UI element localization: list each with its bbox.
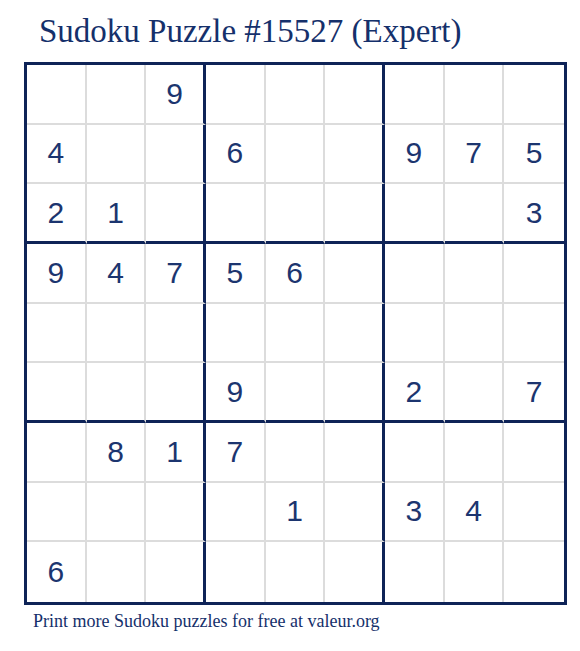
cell-r5c1	[27, 304, 87, 364]
cell-r6c8	[445, 363, 505, 423]
cell-r7c4: 7	[206, 423, 266, 483]
cell-r7c9	[504, 423, 564, 483]
cell-r8c5: 1	[266, 483, 326, 543]
cell-r4c7	[385, 244, 445, 304]
cell-r9c4	[206, 542, 266, 602]
cell-r4c1: 9	[27, 244, 87, 304]
cell-r5c3	[146, 304, 206, 364]
cell-r3c5	[266, 184, 326, 244]
cell-r7c8	[445, 423, 505, 483]
cell-r4c9	[504, 244, 564, 304]
cell-r9c8	[445, 542, 505, 602]
cell-r6c1	[27, 363, 87, 423]
cell-r2c3	[146, 125, 206, 185]
cell-r6c3	[146, 363, 206, 423]
cell-r3c1: 2	[27, 184, 87, 244]
cell-r7c6	[325, 423, 385, 483]
cell-r5c2	[87, 304, 147, 364]
cell-r2c9: 5	[504, 125, 564, 185]
cell-r1c3: 9	[146, 65, 206, 125]
cell-r6c4: 9	[206, 363, 266, 423]
cell-r1c1	[27, 65, 87, 125]
cell-r7c3: 1	[146, 423, 206, 483]
cell-r2c6	[325, 125, 385, 185]
cell-r3c7	[385, 184, 445, 244]
cell-r1c6	[325, 65, 385, 125]
cell-r5c8	[445, 304, 505, 364]
cell-r1c5	[266, 65, 326, 125]
cell-r8c1	[27, 483, 87, 543]
cell-r4c5: 6	[266, 244, 326, 304]
cell-r4c3: 7	[146, 244, 206, 304]
cell-r7c2: 8	[87, 423, 147, 483]
cell-r8c2	[87, 483, 147, 543]
cell-r3c3	[146, 184, 206, 244]
cell-r1c8	[445, 65, 505, 125]
cell-r9c5	[266, 542, 326, 602]
cell-r4c2: 4	[87, 244, 147, 304]
cell-r1c4	[206, 65, 266, 125]
cell-r6c6	[325, 363, 385, 423]
cell-r9c7	[385, 542, 445, 602]
cell-r6c7: 2	[385, 363, 445, 423]
sudoku-print-page: Sudoku Puzzle #15527 (Expert) 9469752139…	[0, 0, 580, 651]
cell-r2c8: 7	[445, 125, 505, 185]
cell-r3c2: 1	[87, 184, 147, 244]
cell-r8c7: 3	[385, 483, 445, 543]
cell-r2c5	[266, 125, 326, 185]
cell-r2c7: 9	[385, 125, 445, 185]
cell-r1c2	[87, 65, 147, 125]
footer-text: Print more Sudoku puzzles for free at va…	[33, 611, 380, 632]
cell-r9c3	[146, 542, 206, 602]
cell-r8c9	[504, 483, 564, 543]
cell-r5c4	[206, 304, 266, 364]
cell-r7c1	[27, 423, 87, 483]
cell-r3c9: 3	[504, 184, 564, 244]
cell-r4c8	[445, 244, 505, 304]
cell-r2c2	[87, 125, 147, 185]
cell-r9c2	[87, 542, 147, 602]
cell-r8c6	[325, 483, 385, 543]
cell-r5c5	[266, 304, 326, 364]
cell-r1c9	[504, 65, 564, 125]
cell-r7c5	[266, 423, 326, 483]
sudoku-board: 946975213947569278171346	[24, 62, 567, 605]
cell-r9c1: 6	[27, 542, 87, 602]
cell-r6c2	[87, 363, 147, 423]
cell-r7c7	[385, 423, 445, 483]
cell-r2c1: 4	[27, 125, 87, 185]
cell-r8c3	[146, 483, 206, 543]
cell-r5c9	[504, 304, 564, 364]
cell-r3c6	[325, 184, 385, 244]
cell-r9c9	[504, 542, 564, 602]
cell-r8c4	[206, 483, 266, 543]
cell-r8c8: 4	[445, 483, 505, 543]
cell-r4c6	[325, 244, 385, 304]
page-title: Sudoku Puzzle #15527 (Expert)	[39, 13, 462, 50]
cell-r3c8	[445, 184, 505, 244]
cell-r9c6	[325, 542, 385, 602]
cell-r5c7	[385, 304, 445, 364]
cell-r1c7	[385, 65, 445, 125]
cell-r5c6	[325, 304, 385, 364]
cell-r4c4: 5	[206, 244, 266, 304]
cell-r2c4: 6	[206, 125, 266, 185]
cell-r6c9: 7	[504, 363, 564, 423]
cell-r3c4	[206, 184, 266, 244]
cell-r6c5	[266, 363, 326, 423]
